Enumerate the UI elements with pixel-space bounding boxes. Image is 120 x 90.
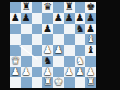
black-pawn-icon[interactable]: ♟ — [11, 13, 20, 24]
square-h1[interactable]: ♜ — [85, 77, 96, 88]
white-pawn-icon[interactable]: ♟ — [75, 67, 84, 78]
square-e8[interactable] — [53, 2, 64, 13]
square-f1[interactable] — [64, 77, 75, 88]
square-b6[interactable] — [21, 24, 32, 35]
square-g6[interactable]: ♞ — [75, 24, 86, 35]
white-pawn-icon[interactable]: ♟ — [43, 67, 52, 78]
square-a5[interactable] — [10, 34, 21, 45]
square-h4[interactable]: ♝ — [85, 45, 96, 56]
black-knight-icon[interactable]: ♞ — [43, 56, 52, 67]
square-f5[interactable] — [64, 34, 75, 45]
square-e1[interactable]: ♚ — [53, 77, 64, 88]
square-h2[interactable]: ♟ — [85, 67, 96, 78]
square-g4[interactable] — [75, 45, 86, 56]
square-d3[interactable]: ♞ — [42, 56, 53, 67]
square-g3[interactable]: ♞ — [75, 56, 86, 67]
white-pawn-icon[interactable]: ♟ — [43, 45, 52, 56]
square-e5[interactable] — [53, 34, 64, 45]
black-rook-icon[interactable]: ♜ — [65, 2, 74, 13]
square-c4[interactable] — [32, 45, 43, 56]
square-e7[interactable]: ♟ — [53, 13, 64, 24]
white-queen-icon[interactable]: ♛ — [11, 56, 20, 67]
white-king-icon[interactable]: ♚ — [54, 77, 63, 88]
square-d7[interactable] — [42, 13, 53, 24]
white-pawn-icon[interactable]: ♟ — [11, 67, 20, 78]
square-g2[interactable]: ♟ — [75, 67, 86, 78]
black-bishop-icon[interactable]: ♝ — [86, 45, 95, 56]
black-pawn-icon[interactable]: ♟ — [86, 24, 95, 35]
square-e3[interactable] — [53, 56, 64, 67]
square-c7[interactable] — [32, 13, 43, 24]
chess-board: ♜♛♜♚♟♟♟♟♟♟♟♞♟♝♟♟♝♛♞♞♟♟♟♟♟♟♜♚♜ — [10, 2, 96, 88]
black-pawn-icon[interactable]: ♟ — [86, 13, 95, 24]
square-h3[interactable] — [85, 56, 96, 67]
white-bishop-icon[interactable]: ♝ — [86, 34, 95, 45]
white-knight-icon[interactable]: ♞ — [75, 56, 84, 67]
square-g1[interactable] — [75, 77, 86, 88]
square-a4[interactable] — [10, 45, 21, 56]
square-b8[interactable]: ♜ — [21, 2, 32, 13]
square-e4[interactable]: ♟ — [53, 45, 64, 56]
square-f6[interactable] — [64, 24, 75, 35]
square-g8[interactable] — [75, 2, 86, 13]
square-f2[interactable]: ♟ — [64, 67, 75, 78]
square-d2[interactable]: ♟ — [42, 67, 53, 78]
black-pawn-icon[interactable]: ♟ — [65, 13, 74, 24]
square-b3[interactable] — [21, 56, 32, 67]
square-c5[interactable] — [32, 34, 43, 45]
black-pawn-icon[interactable]: ♟ — [75, 13, 84, 24]
square-d5[interactable] — [42, 34, 53, 45]
square-d1[interactable]: ♜ — [42, 77, 53, 88]
square-h6[interactable]: ♟ — [85, 24, 96, 35]
square-h7[interactable]: ♟ — [85, 13, 96, 24]
square-d4[interactable]: ♟ — [42, 45, 53, 56]
square-h5[interactable]: ♝ — [85, 34, 96, 45]
white-rook-icon[interactable]: ♜ — [86, 77, 95, 88]
white-pawn-icon[interactable]: ♟ — [86, 67, 95, 78]
square-f3[interactable] — [64, 56, 75, 67]
white-pawn-icon[interactable]: ♟ — [65, 67, 74, 78]
black-pawn-icon[interactable]: ♟ — [43, 24, 52, 35]
square-b2[interactable]: ♟ — [21, 67, 32, 78]
white-pawn-icon[interactable]: ♟ — [22, 67, 31, 78]
square-f7[interactable]: ♟ — [64, 13, 75, 24]
white-pawn-icon[interactable]: ♟ — [54, 45, 63, 56]
square-a3[interactable]: ♛ — [10, 56, 21, 67]
square-a6[interactable] — [10, 24, 21, 35]
square-a7[interactable]: ♟ — [10, 13, 21, 24]
square-c3[interactable] — [32, 56, 43, 67]
square-a1[interactable] — [10, 77, 21, 88]
square-h8[interactable]: ♚ — [85, 2, 96, 13]
black-knight-icon[interactable]: ♞ — [75, 24, 84, 35]
square-e2[interactable] — [53, 67, 64, 78]
square-d8[interactable]: ♛ — [42, 2, 53, 13]
square-g7[interactable]: ♟ — [75, 13, 86, 24]
square-b7[interactable]: ♟ — [21, 13, 32, 24]
black-queen-icon[interactable]: ♛ — [43, 2, 52, 13]
square-a8[interactable] — [10, 2, 21, 13]
black-king-icon[interactable]: ♚ — [86, 2, 95, 13]
white-rook-icon[interactable]: ♜ — [43, 77, 52, 88]
square-b1[interactable] — [21, 77, 32, 88]
square-a2[interactable]: ♟ — [10, 67, 21, 78]
square-e6[interactable] — [53, 24, 64, 35]
square-c1[interactable] — [32, 77, 43, 88]
square-b4[interactable] — [21, 45, 32, 56]
square-f8[interactable]: ♜ — [64, 2, 75, 13]
square-c6[interactable] — [32, 24, 43, 35]
square-g5[interactable] — [75, 34, 86, 45]
square-c8[interactable] — [32, 2, 43, 13]
black-rook-icon[interactable]: ♜ — [22, 2, 31, 13]
square-f4[interactable] — [64, 45, 75, 56]
square-c2[interactable] — [32, 67, 43, 78]
black-pawn-icon[interactable]: ♟ — [22, 13, 31, 24]
square-b5[interactable] — [21, 34, 32, 45]
black-pawn-icon[interactable]: ♟ — [54, 13, 63, 24]
square-d6[interactable]: ♟ — [42, 24, 53, 35]
